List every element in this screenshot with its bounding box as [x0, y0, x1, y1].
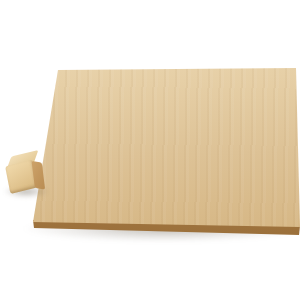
wooden-die[interactable] — [3, 147, 52, 198]
die-right-face — [32, 161, 46, 189]
product-photo — [0, 0, 300, 299]
